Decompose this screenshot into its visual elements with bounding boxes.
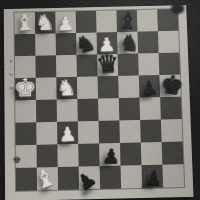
square-f3[interactable] bbox=[119, 120, 140, 143]
square-c8[interactable]: ♟ bbox=[55, 11, 76, 33]
square-g5[interactable]: ♟ bbox=[139, 75, 160, 98]
square-b8[interactable]: ♞ bbox=[35, 12, 56, 34]
square-f2[interactable] bbox=[120, 142, 142, 165]
square-b3[interactable] bbox=[36, 122, 57, 145]
white-bishop-a8[interactable]: ♝ bbox=[13, 11, 35, 35]
square-h5[interactable]: ♚ bbox=[159, 75, 180, 98]
square-f6[interactable] bbox=[118, 53, 139, 75]
black-knight-d7[interactable]: ♞ bbox=[72, 31, 97, 57]
square-d2[interactable] bbox=[78, 143, 99, 166]
offboard-piece-shadow bbox=[171, 3, 185, 14]
square-g2[interactable] bbox=[141, 142, 163, 165]
square-a3[interactable] bbox=[15, 122, 36, 145]
square-b4[interactable] bbox=[36, 99, 57, 122]
square-d5[interactable] bbox=[77, 76, 98, 99]
board-frame: ♝♞♟♝♞♟♞♛♚♞♟♚♟♟♝♟♟ ≡∷≡∷≡ ♚ ⁖ bbox=[4, 5, 194, 200]
square-f4[interactable] bbox=[119, 98, 140, 121]
black-pawn-g1[interactable]: ♟ bbox=[143, 167, 162, 188]
square-e8[interactable] bbox=[96, 10, 117, 32]
black-knight-f7[interactable]: ♞ bbox=[117, 31, 140, 56]
square-a5[interactable]: ♚ bbox=[15, 78, 36, 101]
white-pawn-c8[interactable]: ♟ bbox=[57, 14, 75, 33]
square-c3[interactable]: ♟ bbox=[57, 121, 78, 144]
square-h1[interactable] bbox=[162, 164, 184, 187]
square-b1[interactable]: ♝ bbox=[37, 167, 58, 190]
square-e3[interactable] bbox=[99, 120, 120, 143]
black-pawn-e2[interactable]: ♟ bbox=[101, 146, 120, 167]
square-d4[interactable] bbox=[77, 99, 98, 122]
black-queen-e6[interactable]: ♛ bbox=[94, 50, 119, 77]
square-f7[interactable]: ♞ bbox=[117, 32, 138, 54]
square-e5[interactable] bbox=[98, 76, 119, 99]
square-e1[interactable] bbox=[100, 166, 122, 189]
white-knight-b8[interactable]: ♞ bbox=[35, 12, 55, 34]
square-h3[interactable] bbox=[161, 119, 183, 142]
white-pawn-c3[interactable]: ♟ bbox=[58, 124, 77, 145]
square-h7[interactable] bbox=[158, 31, 179, 53]
square-e2[interactable]: ♟ bbox=[99, 143, 120, 166]
black-pawn-d1[interactable]: ♟ bbox=[72, 167, 98, 194]
square-b6[interactable] bbox=[35, 55, 56, 77]
square-a8[interactable]: ♝ bbox=[14, 12, 35, 34]
square-b5[interactable] bbox=[36, 77, 57, 100]
emblem-marks: ⁖ bbox=[9, 165, 25, 173]
square-f5[interactable] bbox=[118, 75, 139, 98]
square-a7[interactable] bbox=[15, 34, 36, 56]
square-c4[interactable] bbox=[57, 99, 78, 122]
square-b7[interactable] bbox=[35, 33, 56, 55]
frame-maker-stamp: ≡∷≡∷≡ bbox=[5, 58, 14, 92]
black-king-h5[interactable]: ♚ bbox=[159, 71, 184, 98]
white-king-a5[interactable]: ♚ bbox=[14, 75, 37, 101]
square-g8[interactable] bbox=[137, 10, 158, 32]
square-e6[interactable]: ♛ bbox=[97, 54, 118, 76]
square-d1[interactable]: ♟ bbox=[79, 166, 100, 189]
square-g1[interactable]: ♟ bbox=[141, 165, 163, 188]
square-d3[interactable] bbox=[78, 121, 99, 144]
square-c5[interactable]: ♞ bbox=[56, 77, 77, 100]
square-g4[interactable] bbox=[139, 97, 160, 120]
square-f1[interactable] bbox=[121, 165, 143, 188]
square-a4[interactable] bbox=[15, 100, 36, 123]
square-e4[interactable] bbox=[98, 98, 119, 121]
photo-stage: ♝♞♟♝♞♟♞♛♚♞♟♚♟♟♝♟♟ ≡∷≡∷≡ ♚ ⁖ bbox=[0, 0, 200, 200]
board-grid: ♝♞♟♝♞♟♞♛♚♞♟♚♟♟♝♟♟ bbox=[14, 9, 184, 191]
white-knight-c5[interactable]: ♞ bbox=[56, 77, 77, 100]
black-pawn-g5[interactable]: ♟ bbox=[139, 77, 159, 98]
square-h4[interactable] bbox=[160, 97, 182, 120]
square-g3[interactable] bbox=[140, 119, 162, 142]
corner-emblem: ♚ ⁖ bbox=[9, 155, 25, 173]
square-g6[interactable] bbox=[138, 53, 159, 75]
square-c2[interactable] bbox=[57, 144, 78, 167]
square-c6[interactable] bbox=[56, 55, 77, 77]
square-h2[interactable] bbox=[162, 142, 184, 165]
